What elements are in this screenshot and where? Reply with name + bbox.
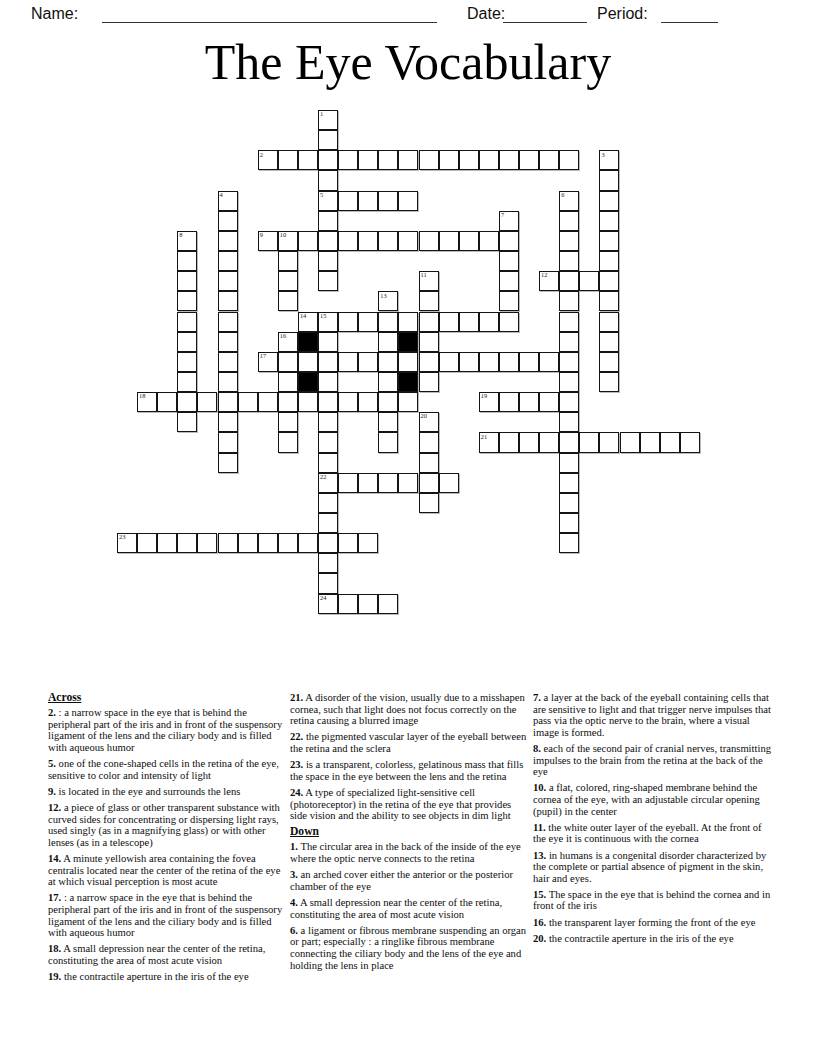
grid-cell[interactable]: [358, 473, 378, 493]
grid-cell[interactable]: [439, 312, 459, 332]
clue-number: 17: [260, 353, 266, 359]
grid-cell[interactable]: [218, 231, 238, 251]
grid-cell[interactable]: [177, 271, 197, 291]
grid-cell[interactable]: [177, 291, 197, 311]
grid-cell[interactable]: [579, 432, 599, 452]
grid-cell[interactable]: [218, 271, 238, 291]
grid-cell[interactable]: [298, 150, 318, 170]
clue-number-label: 23.: [290, 759, 303, 770]
grid-cell[interactable]: [559, 332, 579, 352]
clue: 4. A small depression near the center of…: [290, 897, 528, 920]
grid-cell[interactable]: [499, 251, 519, 271]
grid-cell[interactable]: [559, 392, 579, 412]
grid-cell[interactable]: [640, 432, 660, 452]
grid-cell[interactable]: [338, 231, 358, 251]
clue: 6. a ligament or fibrous membrane suspen…: [290, 925, 528, 971]
grid-cell[interactable]: [218, 453, 238, 473]
clue: 17. : a narrow space in the eye that is …: [48, 892, 286, 938]
clue-number: 16: [280, 333, 286, 339]
grid-cell[interactable]: [338, 533, 358, 553]
blocked-cell: [298, 332, 318, 352]
period-label: Period:: [597, 5, 648, 23]
grid-cell[interactable]: [378, 372, 398, 392]
clue: 11. the white outer layer of the eyeball…: [533, 822, 771, 845]
grid-cell[interactable]: [318, 553, 338, 573]
grid-cell[interactable]: [599, 191, 619, 211]
clue-number: 18: [139, 393, 145, 399]
clue-number: 14: [300, 313, 306, 319]
grid-cell[interactable]: [157, 533, 177, 553]
grid-cell[interactable]: [358, 150, 378, 170]
grid-cell[interactable]: [559, 291, 579, 311]
grid-cell[interactable]: [358, 392, 378, 412]
grid-cell[interactable]: [419, 473, 439, 493]
grid-cell[interactable]: [378, 231, 398, 251]
grid-cell[interactable]: [378, 352, 398, 372]
grid-cell[interactable]: [318, 392, 338, 412]
grid-cell[interactable]: [419, 352, 439, 372]
clues-column-1: Across2. : a narrow space in the eye tha…: [48, 692, 286, 987]
grid-cell[interactable]: [559, 231, 579, 251]
grid-cell[interactable]: [358, 312, 378, 332]
grid-cell[interactable]: [358, 533, 378, 553]
grid-cell[interactable]: [318, 533, 338, 553]
grid-cell[interactable]: [499, 150, 519, 170]
grid-cell[interactable]: [559, 271, 579, 291]
clue-number-label: 22.: [290, 731, 303, 742]
grid-cell[interactable]: [620, 432, 640, 452]
grid-cell[interactable]: [258, 533, 278, 553]
clue-number-label: 3.: [290, 869, 298, 880]
grid-cell[interactable]: [338, 150, 358, 170]
grid-cell[interactable]: [459, 150, 479, 170]
grid-cell[interactable]: [218, 533, 238, 553]
grid-cell[interactable]: [419, 231, 439, 251]
grid-cell[interactable]: [318, 352, 338, 372]
grid-cell[interactable]: [338, 473, 358, 493]
grid-cell[interactable]: [278, 271, 298, 291]
grid-cell[interactable]: [278, 432, 298, 452]
clue: 20. the contractile aperture in the iris…: [533, 933, 771, 945]
clue: 21. A disorder of the vision, usually du…: [290, 692, 528, 727]
clues-section-heading: Down: [290, 826, 528, 838]
clues-column-3: 7. a layer at the back of the eyeball co…: [533, 692, 771, 949]
clue-number: 9: [260, 232, 263, 238]
grid-cell[interactable]: [358, 231, 378, 251]
clue: 14. A minute yellowish area containing t…: [48, 853, 286, 888]
clue-number-label: 17.: [48, 892, 61, 903]
grid-cell[interactable]: [599, 211, 619, 231]
grid-cell[interactable]: [439, 473, 459, 493]
grid-cell[interactable]: [318, 372, 338, 392]
grid-cell[interactable]: [278, 533, 298, 553]
clue-number-label: 24.: [290, 787, 303, 798]
clue-number-label: 19.: [48, 971, 61, 982]
clue: 23. is a transparent, colorless, gelatin…: [290, 759, 528, 782]
grid-cell[interactable]: [499, 392, 519, 412]
clue: 16. the transparent layer forming the fr…: [533, 917, 771, 929]
grid-cell[interactable]: [278, 352, 298, 372]
grid-cell[interactable]: [398, 312, 418, 332]
grid-cell[interactable]: [318, 271, 338, 291]
grid-cell[interactable]: [278, 251, 298, 271]
clue-number-label: 16.: [533, 917, 546, 928]
grid-cell[interactable]: [539, 150, 559, 170]
grid-cell[interactable]: [378, 473, 398, 493]
grid-cell[interactable]: [378, 332, 398, 352]
clue-number-label: 6.: [290, 925, 298, 936]
grid-cell[interactable]: [419, 312, 439, 332]
date-label: Date:: [467, 5, 505, 23]
grid-cell[interactable]: [660, 432, 680, 452]
grid-cell[interactable]: [218, 211, 238, 231]
grid-cell[interactable]: [599, 231, 619, 251]
grid-cell[interactable]: [177, 372, 197, 392]
clue-number-label: 14.: [48, 853, 61, 864]
grid-cell[interactable]: [318, 493, 338, 513]
grid-cell[interactable]: [278, 150, 298, 170]
clue-number-label: 15.: [533, 889, 546, 900]
clue: 19. the contractile aperture in the iris…: [48, 971, 286, 983]
grid-cell[interactable]: [177, 392, 197, 412]
name-label: Name:: [31, 5, 78, 23]
grid-cell[interactable]: [378, 312, 398, 332]
grid-cell[interactable]: [318, 573, 338, 593]
grid-cell[interactable]: [539, 392, 559, 412]
grid-cell[interactable]: [218, 352, 238, 372]
grid-cell[interactable]: [218, 291, 238, 311]
clue-number: 7: [501, 212, 504, 218]
grid-cell[interactable]: [479, 352, 499, 372]
grid-cell[interactable]: [559, 412, 579, 432]
grid-cell[interactable]: [338, 191, 358, 211]
grid-cell[interactable]: [197, 533, 217, 553]
grid-cell[interactable]: [559, 312, 579, 332]
grid-cell[interactable]: [559, 513, 579, 533]
grid-cell[interactable]: [398, 473, 418, 493]
clue-number-label: 18.: [48, 943, 61, 954]
grid-cell[interactable]: [419, 150, 439, 170]
grid-cell[interactable]: [137, 533, 157, 553]
grid-cell[interactable]: [419, 453, 439, 473]
crossword-grid: 123456789101112131415161718192021222324: [117, 110, 701, 614]
grid-cell[interactable]: [559, 352, 579, 372]
grid-cell[interactable]: [499, 231, 519, 251]
grid-cell[interactable]: [559, 493, 579, 513]
grid-cell[interactable]: [298, 392, 318, 412]
grid-cell[interactable]: [318, 231, 338, 251]
clue-number-label: 12.: [48, 802, 61, 813]
grid-cell[interactable]: [479, 231, 499, 251]
clue-number-label: 11.: [533, 822, 546, 833]
grid-cell[interactable]: [318, 211, 338, 231]
grid-cell[interactable]: [318, 513, 338, 533]
date-blank[interactable]: [503, 22, 587, 23]
grid-cell[interactable]: [579, 271, 599, 291]
grid-cell[interactable]: [177, 412, 197, 432]
clue-number: 15: [320, 313, 326, 319]
grid-cell[interactable]: [177, 352, 197, 372]
grid-cell[interactable]: [298, 231, 318, 251]
clue-number: 1: [320, 111, 323, 117]
grid-cell[interactable]: [318, 332, 338, 352]
clue: 9. is located in the eye and surrounds t…: [48, 786, 286, 798]
grid-cell[interactable]: [338, 352, 358, 372]
clue-number: 11: [421, 272, 427, 278]
grid-cell[interactable]: [318, 150, 338, 170]
clue: 5. one of the cone-shaped cells in the r…: [48, 758, 286, 781]
grid-cell[interactable]: [499, 291, 519, 311]
grid-cell[interactable]: [499, 432, 519, 452]
grid-cell[interactable]: [599, 432, 619, 452]
clue-number: 24: [320, 595, 326, 601]
blocked-cell: [398, 332, 418, 352]
grid-cell[interactable]: [238, 392, 258, 412]
clue-number-label: 1.: [290, 841, 298, 852]
grid-cell[interactable]: [398, 191, 418, 211]
clue-number: 23: [119, 534, 125, 540]
grid-cell[interactable]: [318, 453, 338, 473]
grid-cell[interactable]: [318, 251, 338, 271]
grid-cell[interactable]: [599, 352, 619, 372]
grid-cell[interactable]: [258, 392, 278, 412]
grid-cell[interactable]: [177, 312, 197, 332]
grid-cell[interactable]: [559, 372, 579, 392]
clue: 12. a piece of glass or other transparen…: [48, 802, 286, 848]
grid-cell[interactable]: [398, 150, 418, 170]
clue: 8. each of the second pair of cranial ne…: [533, 743, 771, 778]
grid-cell[interactable]: [559, 432, 579, 452]
grid-cell[interactable]: [559, 251, 579, 271]
clue-number-label: 5.: [48, 758, 56, 769]
worksheet-header: Name: Date: Period:: [0, 3, 816, 29]
grid-cell[interactable]: [439, 352, 459, 372]
grid-cell[interactable]: [439, 231, 459, 251]
clue-number: 5: [320, 192, 323, 198]
blocked-cell: [398, 372, 418, 392]
grid-cell[interactable]: [157, 392, 177, 412]
grid-cell[interactable]: [177, 332, 197, 352]
grid-cell[interactable]: [378, 392, 398, 412]
clue: 7. a layer at the back of the eyeball co…: [533, 692, 771, 738]
grid-cell[interactable]: [559, 473, 579, 493]
clue-number-label: 20.: [533, 933, 546, 944]
grid-cell[interactable]: [519, 392, 539, 412]
grid-cell[interactable]: [479, 312, 499, 332]
clue-number-label: 4.: [290, 897, 298, 908]
grid-cell[interactable]: [519, 352, 539, 372]
blocked-cell: [298, 372, 318, 392]
grid-cell[interactable]: [358, 352, 378, 372]
clue: 15. The space in the eye that is behind …: [533, 889, 771, 912]
grid-cell[interactable]: [459, 352, 479, 372]
grid-cell[interactable]: [218, 432, 238, 452]
grid-cell[interactable]: [398, 352, 418, 372]
grid-cell[interactable]: [318, 412, 338, 432]
clue-number: 12: [541, 272, 547, 278]
grid-cell[interactable]: [419, 372, 439, 392]
grid-cell[interactable]: [599, 372, 619, 392]
clue-number-label: 10.: [533, 782, 546, 793]
grid-cell[interactable]: [519, 432, 539, 452]
grid-cell[interactable]: [599, 291, 619, 311]
grid-cell[interactable]: [499, 312, 519, 332]
clues-section-heading: Across: [48, 692, 286, 704]
grid-cell[interactable]: [378, 432, 398, 452]
grid-cell[interactable]: [218, 412, 238, 432]
clue-number: 2: [260, 152, 263, 158]
grid-cell[interactable]: [378, 191, 398, 211]
clue-number: 3: [601, 152, 604, 158]
clue: 22. the pigmented vascular layer of the …: [290, 731, 528, 754]
clues-column-2: 21. A disorder of the vision, usually du…: [290, 692, 528, 976]
grid-cell[interactable]: [559, 211, 579, 231]
grid-cell[interactable]: [479, 150, 499, 170]
grid-cell[interactable]: [197, 392, 217, 412]
grid-cell[interactable]: [559, 453, 579, 473]
grid-cell[interactable]: [358, 594, 378, 614]
grid-cell[interactable]: [378, 412, 398, 432]
grid-cell[interactable]: [278, 412, 298, 432]
grid-cell[interactable]: [278, 291, 298, 311]
grid-cell[interactable]: [378, 594, 398, 614]
clue: 10. a flat, colored, ring-shaped membran…: [533, 782, 771, 817]
grid-cell[interactable]: [499, 271, 519, 291]
grid-cell[interactable]: [318, 130, 338, 150]
clue: 2. : a narrow space in the eye that is b…: [48, 707, 286, 753]
grid-cell[interactable]: [539, 352, 559, 372]
clue: 24. A type of specialized light-sensitiv…: [290, 787, 528, 822]
clue-number: 19: [481, 393, 487, 399]
grid-cell[interactable]: [539, 432, 559, 452]
clue: 13. in humans is a congenital disorder c…: [533, 850, 771, 885]
clue-number: 4: [220, 192, 223, 198]
grid-cell[interactable]: [559, 533, 579, 553]
grid-cell[interactable]: [419, 332, 439, 352]
grid-cell[interactable]: [218, 312, 238, 332]
grid-cell[interactable]: [439, 150, 459, 170]
grid-cell[interactable]: [599, 312, 619, 332]
grid-cell[interactable]: [318, 170, 338, 190]
grid-cell[interactable]: [218, 392, 238, 412]
grid-cell[interactable]: [378, 150, 398, 170]
grid-cell[interactable]: [338, 392, 358, 412]
clue-number: 20: [421, 413, 427, 419]
grid-cell[interactable]: [398, 392, 418, 412]
grid-cell[interactable]: [318, 432, 338, 452]
grid-cell[interactable]: [278, 392, 298, 412]
clue: 18. A small depression near the center o…: [48, 943, 286, 966]
grid-cell[interactable]: [459, 231, 479, 251]
grid-cell[interactable]: [398, 231, 418, 251]
clue-number-label: 13.: [533, 850, 546, 861]
grid-cell[interactable]: [177, 533, 197, 553]
grid-cell[interactable]: [419, 432, 439, 452]
clue-number-label: 2.: [48, 707, 56, 718]
grid-cell[interactable]: [298, 352, 318, 372]
grid-cell[interactable]: [218, 372, 238, 392]
grid-cell[interactable]: [459, 312, 479, 332]
grid-cell[interactable]: [599, 332, 619, 352]
clue-number: 21: [481, 434, 487, 440]
grid-cell[interactable]: [680, 432, 700, 452]
grid-cell[interactable]: [218, 332, 238, 352]
clue: 3. an arched cover either the anterior o…: [290, 869, 528, 892]
grid-cell[interactable]: [338, 594, 358, 614]
clue-number: 13: [380, 293, 386, 299]
grid-cell[interactable]: [499, 352, 519, 372]
clue-number-label: 9.: [48, 786, 56, 797]
grid-cell[interactable]: [298, 533, 318, 553]
grid-cell[interactable]: [278, 372, 298, 392]
clue-number-label: 8.: [533, 743, 541, 754]
grid-cell[interactable]: [559, 150, 579, 170]
grid-cell[interactable]: [338, 312, 358, 332]
grid-cell[interactable]: [419, 493, 439, 513]
grid-cell[interactable]: [358, 191, 378, 211]
grid-cell[interactable]: [218, 251, 238, 271]
grid-cell[interactable]: [599, 251, 619, 271]
clue-number: 6: [561, 192, 564, 198]
grid-cell[interactable]: [238, 533, 258, 553]
name-blank[interactable]: [102, 22, 437, 23]
grid-cell[interactable]: [519, 150, 539, 170]
clue-number-label: 21.: [290, 692, 303, 703]
page-title: The Eye Vocabulary: [0, 33, 816, 91]
clue: 1. The circular area in the back of the …: [290, 841, 528, 864]
clue-number: 10: [280, 232, 286, 238]
grid-cell[interactable]: [177, 251, 197, 271]
clue-number: 22: [320, 474, 326, 480]
period-blank[interactable]: [661, 22, 718, 23]
grid-cell[interactable]: [599, 271, 619, 291]
grid-cell[interactable]: [419, 291, 439, 311]
clue-number-label: 7.: [533, 692, 541, 703]
grid-cell[interactable]: [599, 170, 619, 190]
clue-number: 8: [179, 232, 182, 238]
